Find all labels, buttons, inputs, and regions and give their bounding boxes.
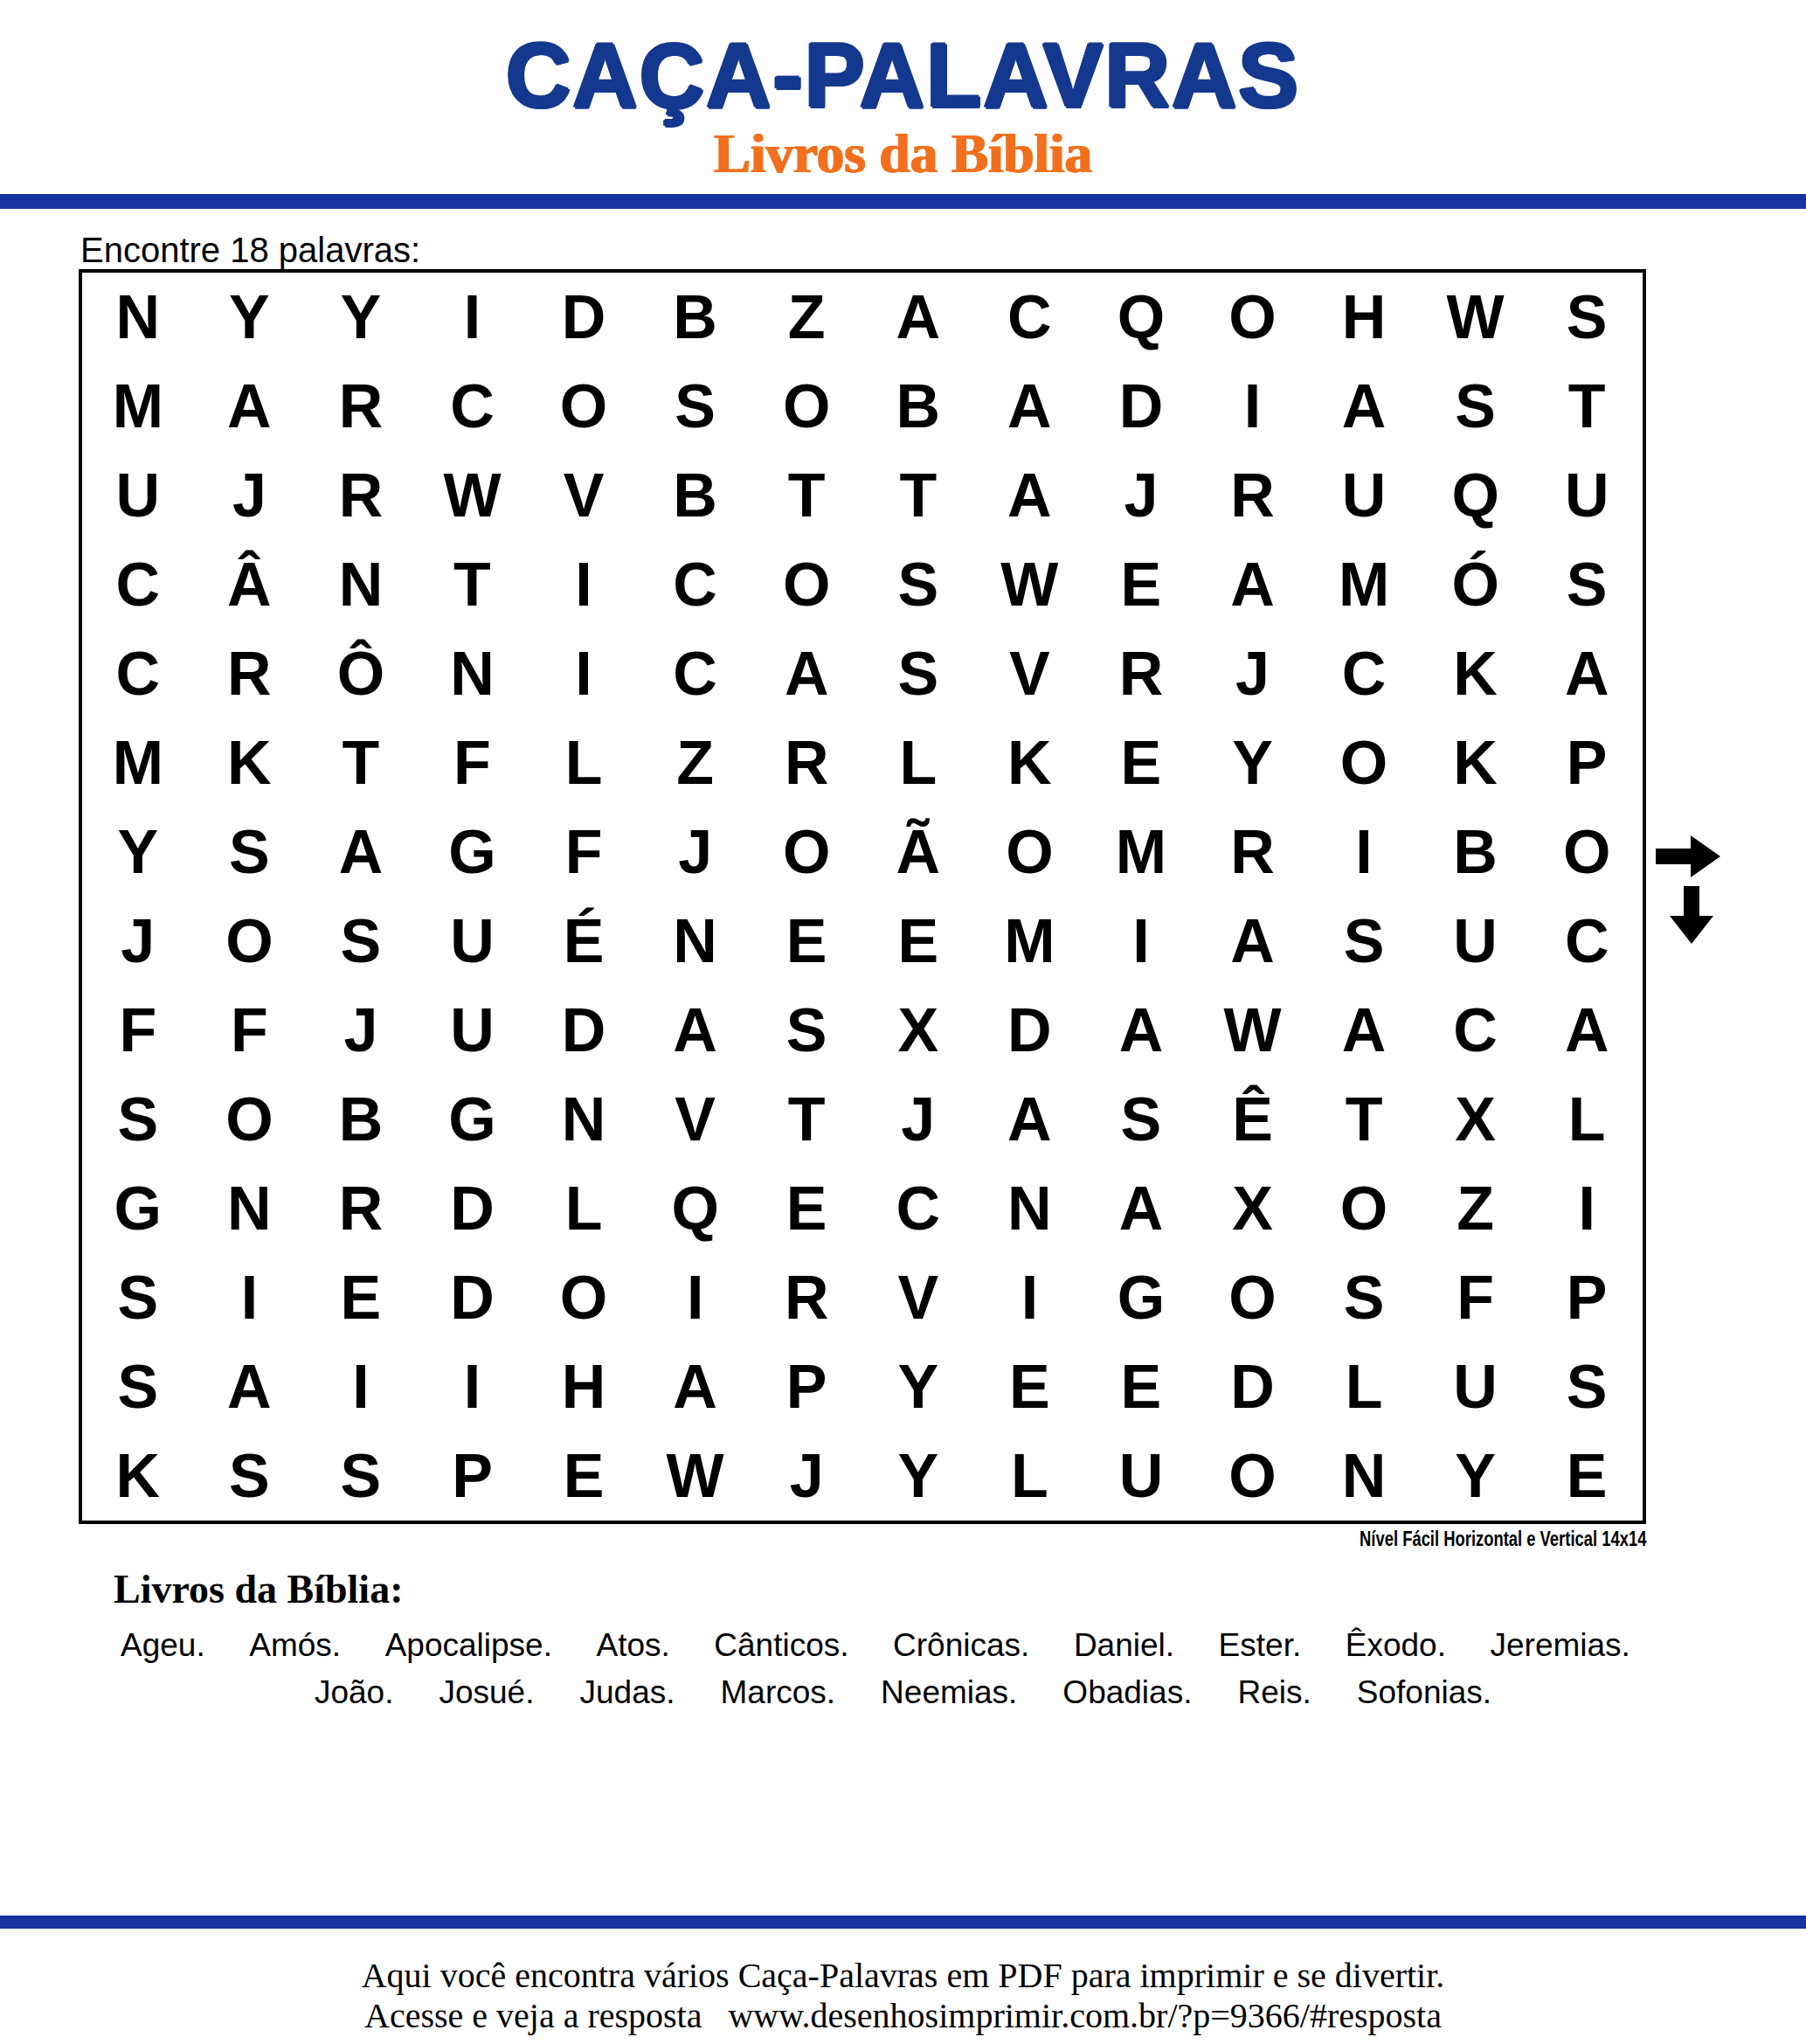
word-list-item: Reis.	[1237, 1674, 1311, 1711]
grid-cell-r9c5[interactable]: D	[528, 986, 640, 1075]
grid-cell-r5c12[interactable]: C	[1308, 629, 1420, 718]
grid-cell-r9c3[interactable]: J	[305, 986, 417, 1075]
grid-cell-r5c6[interactable]: C	[640, 629, 751, 718]
grid-cell-r14c5[interactable]: E	[528, 1431, 640, 1521]
grid-cell-r1c13[interactable]: W	[1420, 273, 1532, 362]
grid-cell-r14c9[interactable]: L	[974, 1431, 1086, 1521]
word-list-line-2: João.Josué.Judas.Marcos.Neemias.Obadias.…	[0, 1674, 1806, 1711]
grid-cell-r1c7[interactable]: Z	[751, 273, 862, 362]
right-arrow-icon	[1656, 835, 1720, 877]
grid-cell-r7c13[interactable]: B	[1420, 807, 1532, 897]
grid-cell-r13c14[interactable]: S	[1531, 1342, 1643, 1431]
grid-cell-r7c12[interactable]: I	[1308, 807, 1420, 897]
grid-cell-r12c6[interactable]: I	[640, 1253, 751, 1342]
grid-cell-r8c11[interactable]: A	[1197, 897, 1309, 986]
grid-cell-r6c3[interactable]: T	[305, 718, 417, 807]
grid-cell-r8c4[interactable]: U	[417, 897, 529, 986]
grid-cell-r14c14[interactable]: E	[1531, 1431, 1643, 1521]
grid-cell-r9c10[interactable]: A	[1085, 986, 1197, 1075]
grid-cell-r10c14[interactable]: L	[1531, 1075, 1643, 1164]
grid-cell-r10c10[interactable]: S	[1085, 1075, 1197, 1164]
word-list-item: Jeremias.	[1490, 1627, 1630, 1664]
grid-cell-r8c14[interactable]: C	[1531, 897, 1643, 986]
grid-cell-r12c2[interactable]: I	[194, 1253, 306, 1342]
footer-url[interactable]: www.desenhosimprimir.com.br/?p=9366/#res…	[728, 1996, 1442, 2035]
grid-cell-r12c5[interactable]: O	[528, 1253, 640, 1342]
grid-cell-r9c1[interactable]: F	[82, 986, 194, 1075]
grid-cell-r2c12[interactable]: A	[1308, 362, 1420, 451]
grid-cell-r7c10[interactable]: M	[1085, 807, 1197, 897]
grid-cell-r6c5[interactable]: L	[528, 718, 640, 807]
grid-cell-r11c4[interactable]: D	[417, 1164, 529, 1253]
page: CAÇA-PALAVRAS Livros da Bíblia Encontre …	[0, 0, 1806, 2044]
word-list-item: Êxodo.	[1346, 1627, 1446, 1664]
down-arrow-icon	[1670, 886, 1713, 944]
grid-cell-r13c2[interactable]: A	[194, 1342, 306, 1431]
grid-cell-r8c7[interactable]: E	[751, 897, 862, 986]
grid-cell-r14c13[interactable]: Y	[1420, 1431, 1532, 1521]
grid-cell-r6c1[interactable]: M	[82, 718, 194, 807]
grid-cell-r6c13[interactable]: K	[1420, 718, 1532, 807]
grid-cell-r2c2[interactable]: A	[194, 362, 306, 451]
letter-grid: NYYIDBZACQOHWSMARCOSOBADIASTUJRWVBTTAJRU…	[79, 269, 1646, 1524]
word-list-item: Judas.	[579, 1674, 675, 1711]
grid-cell-r3c4[interactable]: W	[417, 451, 529, 540]
grid-cell-r4c12[interactable]: M	[1308, 540, 1420, 629]
word-list-line-1: Ageu.Amós.Apocalipse.Atos.Cânticos.Crôni…	[121, 1627, 1630, 1664]
grid-cell-r11c10[interactable]: A	[1085, 1164, 1197, 1253]
grid-cell-r11c13[interactable]: Z	[1420, 1164, 1532, 1253]
grid-cell-r5c3[interactable]: Ô	[305, 629, 417, 718]
grid-cell-r10c1[interactable]: S	[82, 1075, 194, 1164]
grid-cell-r5c8[interactable]: S	[862, 629, 974, 718]
word-list-item: Ageu.	[121, 1627, 205, 1664]
grid-cell-r5c14[interactable]: A	[1531, 629, 1643, 718]
grid-cell-r7c9[interactable]: O	[974, 807, 1086, 897]
grid-cell-r12c13[interactable]: F	[1420, 1253, 1532, 1342]
grid-cell-r3c9[interactable]: A	[974, 451, 1086, 540]
grid-cell-r6c6[interactable]: Z	[640, 718, 751, 807]
bottom-divider	[0, 1916, 1806, 1929]
grid-cell-r5c9[interactable]: V	[974, 629, 1086, 718]
grid-cell-r7c11[interactable]: R	[1197, 807, 1309, 897]
grid-cell-r5c4[interactable]: N	[417, 629, 529, 718]
grid-cell-r13c9[interactable]: E	[974, 1342, 1086, 1431]
word-list-item: Amós.	[249, 1627, 341, 1664]
grid-cell-r13c5[interactable]: H	[528, 1342, 640, 1431]
grid-cell-r3c7[interactable]: T	[751, 451, 862, 540]
grid-cell-r1c14[interactable]: S	[1531, 273, 1643, 362]
grid-cell-r10c11[interactable]: Ê	[1197, 1075, 1309, 1164]
footer-cta: Acesse e veja a resposta www.desenhosimp…	[0, 1995, 1806, 2036]
word-list-item: Josué.	[439, 1674, 534, 1711]
grid-cell-r14c6[interactable]: W	[640, 1431, 751, 1521]
grid-cell-r6c10[interactable]: E	[1085, 718, 1197, 807]
grid-cell-r6c12[interactable]: O	[1308, 718, 1420, 807]
grid-cell-r11c7[interactable]: E	[751, 1164, 862, 1253]
grid-cell-r5c10[interactable]: R	[1085, 629, 1197, 718]
page-subtitle: Livros da Bíblia	[0, 122, 1806, 186]
grid-cell-r12c11[interactable]: O	[1197, 1253, 1309, 1342]
grid-cell-r14c4[interactable]: P	[417, 1431, 529, 1521]
grid-cell-r2c8[interactable]: B	[862, 362, 974, 451]
grid-cell-r12c4[interactable]: D	[417, 1253, 529, 1342]
grid-cell-r9c11[interactable]: W	[1197, 986, 1309, 1075]
grid-cell-r4c2[interactable]: Â	[194, 540, 306, 629]
grid-cell-r3c13[interactable]: Q	[1420, 451, 1532, 540]
grid-cell-r14c3[interactable]: S	[305, 1431, 417, 1521]
grid-cell-r4c14[interactable]: S	[1531, 540, 1643, 629]
grid-cell-r7c5[interactable]: F	[528, 807, 640, 897]
page-title: CAÇA-PALAVRAS	[0, 24, 1806, 128]
grid-cell-r8c5[interactable]: É	[528, 897, 640, 986]
word-list-item: Atos.	[596, 1627, 669, 1664]
grid-cell-r13c13[interactable]: U	[1420, 1342, 1532, 1431]
grid-cell-r2c13[interactable]: S	[1420, 362, 1532, 451]
grid-cell-r1c12[interactable]: H	[1308, 273, 1420, 362]
grid-cell-r10c5[interactable]: N	[528, 1075, 640, 1164]
grid-cell-r8c10[interactable]: I	[1085, 897, 1197, 986]
word-list-item: Apocalipse.	[385, 1627, 552, 1664]
grid-cell-r9c8[interactable]: X	[862, 986, 974, 1075]
instruction-label: Encontre 18 palavras:	[80, 231, 420, 270]
grid-cell-r9c4[interactable]: U	[417, 986, 529, 1075]
grid-cell-r2c11[interactable]: I	[1197, 362, 1309, 451]
grid-cell-r4c6[interactable]: C	[640, 540, 751, 629]
grid-cell-r1c11[interactable]: O	[1197, 273, 1309, 362]
grid-cell-r4c3[interactable]: N	[305, 540, 417, 629]
grid-cell-r2c5[interactable]: O	[528, 362, 640, 451]
grid-cell-r1c5[interactable]: D	[528, 273, 640, 362]
grid-cell-r14c1[interactable]: K	[82, 1431, 194, 1521]
grid-cell-r3c1[interactable]: U	[82, 451, 194, 540]
grid-cell-r12c10[interactable]: G	[1085, 1253, 1197, 1342]
grid-cell-r9c13[interactable]: C	[1420, 986, 1532, 1075]
grid-cell-r2c7[interactable]: O	[751, 362, 862, 451]
grid-cell-r13c12[interactable]: L	[1308, 1342, 1420, 1431]
footer-text: Aqui você encontra vários Caça-Palavras …	[0, 1955, 1806, 1996]
grid-cell-r13c11[interactable]: D	[1197, 1342, 1309, 1431]
grid-cell-r8c12[interactable]: S	[1308, 897, 1420, 986]
grid-cell-r10c7[interactable]: T	[751, 1075, 862, 1164]
grid-cell-r12c12[interactable]: S	[1308, 1253, 1420, 1342]
word-list-item: Neemias.	[881, 1674, 1017, 1711]
grid-cell-r1c2[interactable]: Y	[194, 273, 306, 362]
grid-cell-r11c1[interactable]: G	[82, 1164, 194, 1253]
grid-cell-r4c8[interactable]: S	[862, 540, 974, 629]
grid-cell-r1c6[interactable]: B	[640, 273, 751, 362]
word-list-item: João.	[315, 1674, 394, 1711]
grid-cell-r5c2[interactable]: R	[194, 629, 306, 718]
grid-cell-r10c3[interactable]: B	[305, 1075, 417, 1164]
grid-cell-r10c6[interactable]: V	[640, 1075, 751, 1164]
grid-cell-r7c3[interactable]: A	[305, 807, 417, 897]
grid-cell-r8c2[interactable]: O	[194, 897, 306, 986]
word-list-item: Ester.	[1219, 1627, 1302, 1664]
word-list-item: Sofonias.	[1357, 1674, 1491, 1711]
footer-cta-label: Acesse e veja a resposta	[364, 1996, 702, 2035]
grid-cell-r4c13[interactable]: Ó	[1420, 540, 1532, 629]
word-list-item: Crônicas.	[893, 1627, 1029, 1664]
grid-cell-r6c14[interactable]: P	[1531, 718, 1643, 807]
grid-cell-r12c8[interactable]: V	[862, 1253, 974, 1342]
grid-cell-r11c3[interactable]: R	[305, 1164, 417, 1253]
grid-cell-r7c1[interactable]: Y	[82, 807, 194, 897]
difficulty-note: Nível Fácil Horizontal e Vertical 14x14	[1360, 1528, 1646, 1551]
grid-cell-r1c9[interactable]: C	[974, 273, 1086, 362]
grid-cell-r8c8[interactable]: E	[862, 897, 974, 986]
grid-cell-r13c10[interactable]: E	[1085, 1342, 1197, 1431]
grid-cell-r7c2[interactable]: S	[194, 807, 306, 897]
grid-cell-r11c8[interactable]: C	[862, 1164, 974, 1253]
grid-cell-r1c10[interactable]: Q	[1085, 273, 1197, 362]
grid-cell-r7c4[interactable]: G	[417, 807, 529, 897]
grid-cell-r13c6[interactable]: A	[640, 1342, 751, 1431]
grid-cell-r2c3[interactable]: R	[305, 362, 417, 451]
grid-cell-r9c14[interactable]: A	[1531, 986, 1643, 1075]
grid-cell-r4c5[interactable]: I	[528, 540, 640, 629]
grid-cell-r8c13[interactable]: U	[1420, 897, 1532, 986]
grid-cell-r10c2[interactable]: O	[194, 1075, 306, 1164]
grid-cell-r5c11[interactable]: J	[1197, 629, 1309, 718]
top-divider	[0, 194, 1806, 209]
grid-cell-r6c8[interactable]: L	[862, 718, 974, 807]
grid-cell-r9c12[interactable]: A	[1308, 986, 1420, 1075]
grid-cell-r2c9[interactable]: A	[974, 362, 1086, 451]
grid-cell-r10c13[interactable]: X	[1420, 1075, 1532, 1164]
grid-cell-r5c13[interactable]: K	[1420, 629, 1532, 718]
grid-cell-r2c1[interactable]: M	[82, 362, 194, 451]
grid-cell-r3c6[interactable]: B	[640, 451, 751, 540]
grid-cell-r8c6[interactable]: N	[640, 897, 751, 986]
grid-cell-r3c2[interactable]: J	[194, 451, 306, 540]
grid-cell-r3c5[interactable]: V	[528, 451, 640, 540]
grid-cell-r14c12[interactable]: N	[1308, 1431, 1420, 1521]
grid-cell-r11c14[interactable]: I	[1531, 1164, 1643, 1253]
grid-cell-r11c2[interactable]: N	[194, 1164, 306, 1253]
grid-cell-r8c3[interactable]: S	[305, 897, 417, 986]
grid-cell-r3c10[interactable]: J	[1085, 451, 1197, 540]
grid-cell-r7c14[interactable]: O	[1531, 807, 1643, 897]
word-list-item: Obadias.	[1062, 1674, 1192, 1711]
grid-cell-r14c8[interactable]: Y	[862, 1431, 974, 1521]
word-list-heading: Livros da Bíblia:	[114, 1566, 403, 1612]
grid-cell-r14c7[interactable]: J	[751, 1431, 862, 1521]
grid-cell-r14c10[interactable]: U	[1085, 1431, 1197, 1521]
grid-cell-r9c2[interactable]: F	[194, 986, 306, 1075]
grid-cell-r2c10[interactable]: D	[1085, 362, 1197, 451]
grid-cell-r10c9[interactable]: A	[974, 1075, 1086, 1164]
grid-cell-r4c10[interactable]: E	[1085, 540, 1197, 629]
grid-cell-r9c9[interactable]: D	[974, 986, 1086, 1075]
grid-cell-r6c7[interactable]: R	[751, 718, 862, 807]
grid-cell-r1c3[interactable]: Y	[305, 273, 417, 362]
grid-cell-r12c9[interactable]: I	[974, 1253, 1086, 1342]
grid-cell-r13c8[interactable]: Y	[862, 1342, 974, 1431]
grid-cell-r6c9[interactable]: K	[974, 718, 1086, 807]
grid-cell-r6c11[interactable]: Y	[1197, 718, 1309, 807]
grid-cell-r4c11[interactable]: A	[1197, 540, 1309, 629]
grid-cell-r12c1[interactable]: S	[82, 1253, 194, 1342]
grid-cell-r4c9[interactable]: W	[974, 540, 1086, 629]
grid-cell-r12c7[interactable]: R	[751, 1253, 862, 1342]
word-list-item: Daniel.	[1074, 1627, 1174, 1664]
grid-cell-r3c3[interactable]: R	[305, 451, 417, 540]
grid-cell-r1c1[interactable]: N	[82, 273, 194, 362]
grid-cell-r4c1[interactable]: C	[82, 540, 194, 629]
grid-cell-r3c14[interactable]: U	[1531, 451, 1643, 540]
grid-cell-r9c6[interactable]: A	[640, 986, 751, 1075]
word-list-item: Marcos.	[721, 1674, 836, 1711]
grid-cell-r13c3[interactable]: I	[305, 1342, 417, 1431]
grid-cell-r13c4[interactable]: I	[417, 1342, 529, 1431]
grid-cell-r1c4[interactable]: I	[417, 273, 529, 362]
grid-cell-r3c8[interactable]: T	[862, 451, 974, 540]
grid-cell-r13c1[interactable]: S	[82, 1342, 194, 1431]
grid-cell-r7c7[interactable]: O	[751, 807, 862, 897]
grid-cell-r13c7[interactable]: P	[751, 1342, 862, 1431]
grid-cell-r14c2[interactable]: S	[194, 1431, 306, 1521]
grid-cell-r5c7[interactable]: A	[751, 629, 862, 718]
grid-cell-r5c5[interactable]: I	[528, 629, 640, 718]
grid-cell-r14c11[interactable]: O	[1197, 1431, 1309, 1521]
grid-cell-r2c6[interactable]: S	[640, 362, 751, 451]
grid-cell-r6c2[interactable]: K	[194, 718, 306, 807]
grid-cell-r11c9[interactable]: N	[974, 1164, 1086, 1253]
grid-cell-r6c4[interactable]: F	[417, 718, 529, 807]
word-list-item: Cânticos.	[714, 1627, 848, 1664]
grid-cell-r3c12[interactable]: U	[1308, 451, 1420, 540]
grid-cell-r3c11[interactable]: R	[1197, 451, 1309, 540]
grid-cell-r2c4[interactable]: C	[417, 362, 529, 451]
grid-cell-r11c12[interactable]: O	[1308, 1164, 1420, 1253]
grid-cell-r1c8[interactable]: A	[862, 273, 974, 362]
grid-cell-r12c14[interactable]: P	[1531, 1253, 1643, 1342]
grid-cell-r2c14[interactable]: T	[1531, 362, 1643, 451]
grid-cell-r5c1[interactable]: C	[82, 629, 194, 718]
grid-cell-r10c12[interactable]: T	[1308, 1075, 1420, 1164]
grid-cell-r8c9[interactable]: M	[974, 897, 1086, 986]
grid-cell-r12c3[interactable]: E	[305, 1253, 417, 1342]
grid-cell-r10c8[interactable]: J	[862, 1075, 974, 1164]
grid-cell-r7c6[interactable]: J	[640, 807, 751, 897]
grid-cell-r11c11[interactable]: X	[1197, 1164, 1309, 1253]
grid-cell-r4c7[interactable]: O	[751, 540, 862, 629]
grid-cell-r11c6[interactable]: Q	[640, 1164, 751, 1253]
grid-cell-r8c1[interactable]: J	[82, 897, 194, 986]
grid-cell-r9c7[interactable]: S	[751, 986, 862, 1075]
grid-cell-r4c4[interactable]: T	[417, 540, 529, 629]
grid-cell-r10c4[interactable]: G	[417, 1075, 529, 1164]
grid-cell-r7c8[interactable]: Ã	[862, 807, 974, 897]
grid-cell-r11c5[interactable]: L	[528, 1164, 640, 1253]
